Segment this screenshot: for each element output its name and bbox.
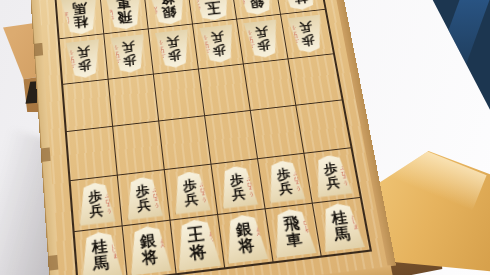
koma-keima-gote: 桂馬けいま (278, 0, 321, 11)
square-r2c3: 歩兵ふひょう (149, 24, 199, 74)
square-r5c5: 歩兵ふひょう (258, 154, 313, 210)
koma-kanji: 将 (141, 249, 158, 267)
square-r5c1: 歩兵ふひょう (71, 176, 123, 233)
square-r4c3 (159, 116, 211, 170)
koma-kanji: 車 (115, 0, 131, 10)
koma-fuhyo-gote: 歩兵ふひょう (243, 19, 281, 59)
koma-furigana: ふひょう (104, 190, 111, 209)
koma-kanji: 兵 (254, 26, 269, 40)
koma-kanji: 将 (202, 0, 219, 1)
koma-keima-sente: 桂馬けいま (79, 230, 123, 275)
koma-kanji: 兵 (136, 197, 151, 213)
koma-kanji: 将 (159, 0, 175, 5)
koma-kanji: 車 (285, 231, 303, 249)
koma-kanji: 兵 (298, 21, 313, 35)
koma-gyokusho-gote: 玉将ぎょく (190, 0, 234, 22)
koma-hisha-sente: 飛車ひしゃ (270, 207, 317, 258)
koma-kanji: 兵 (278, 180, 294, 195)
koma-kanji: 馬 (93, 255, 110, 273)
koma-kanji: 兵 (89, 202, 104, 218)
square-r3c5 (244, 59, 297, 111)
koma-kanji: 玉 (204, 0, 221, 15)
koma-furigana: けいま (111, 240, 118, 255)
koma-furigana: ぎん (255, 222, 262, 232)
square-r6c5: 飛車ひしゃ (266, 204, 322, 262)
navy-object (420, 0, 490, 129)
koma-kanji: 将 (237, 237, 255, 255)
koma-furigana: ひしゃ (302, 217, 310, 232)
koma-fuhyo-sente: 歩兵ふひょう (311, 153, 353, 197)
koma-kanji: 銀 (248, 0, 264, 9)
shogi-board: 桂馬けいま飛車ひしゃ銀将ぎん玉将ぎょく銀将ぎん桂馬けいま歩兵ふひょう歩兵ふひょう… (38, 0, 387, 275)
square-r2c1: 歩兵ふひょう (60, 34, 109, 85)
koma-furigana: ひしゃ (108, 10, 114, 23)
square-r2c2: 歩兵ふひょう (104, 29, 154, 79)
square-r4c4 (205, 111, 258, 165)
koma-ginsho-gote: 銀将ぎん (147, 0, 188, 26)
square-r6c1: 桂馬けいま (75, 226, 128, 275)
square-r3c2 (109, 74, 160, 126)
square-r6c6: 桂馬けいま (313, 198, 370, 255)
square-r5c3: 歩兵ふひょう (165, 165, 218, 221)
square-r5c4: 歩兵ふひょう (212, 159, 266, 215)
square-r3c4 (199, 64, 251, 116)
koma-kanji: 馬 (333, 225, 351, 243)
koma-fuhyo-sente: 歩兵ふひょう (77, 181, 116, 226)
koma-kanji: 兵 (231, 185, 247, 201)
koma-kanji: 兵 (325, 174, 341, 189)
board-surface: 桂馬けいま飛車ひしゃ銀将ぎん玉将ぎょく銀将ぎん桂馬けいま歩兵ふひょう歩兵ふひょう… (38, 0, 387, 275)
koma-furigana: ぎん (159, 234, 165, 244)
box-lid-highlight (383, 139, 486, 210)
square-r2c4: 歩兵ふひょう (193, 19, 244, 69)
koma-furigana: ふひょう (203, 38, 210, 55)
koma-furigana: ふひょう (69, 53, 75, 70)
koma-kanji: 兵 (120, 41, 134, 55)
koma-ginsho-gote: 銀将ぎん (234, 0, 276, 16)
koma-ginsho-sente: 銀将ぎん (222, 213, 268, 264)
square-r3c6 (289, 54, 342, 105)
koma-furigana: けいま (284, 0, 291, 3)
koma-furigana: ふひょう (292, 168, 300, 187)
koma-furigana: ふひょう (339, 162, 347, 181)
square-r4c2 (113, 121, 165, 175)
square-r6c4: 銀将ぎん (218, 209, 273, 267)
koma-fuhyo-gote: 歩兵ふひょう (65, 39, 101, 79)
koma-furigana: ぎん (153, 9, 159, 18)
square-r4c6 (296, 100, 350, 153)
square-r1c1: 桂馬けいま (56, 0, 104, 39)
koma-fuhyo-gote: 歩兵ふひょう (287, 14, 326, 53)
board-grid: 桂馬けいま飛車ひしゃ銀将ぎん玉将ぎょく銀将ぎん桂馬けいま歩兵ふひょう歩兵ふひょう… (54, 0, 372, 275)
koma-fuhyo-sente: 歩兵ふひょう (124, 175, 163, 220)
koma-furigana: ふひょう (198, 179, 205, 198)
square-r6c3: 王将おう (171, 215, 226, 273)
koma-fuhyo-sente: 歩兵ふひょう (264, 159, 305, 203)
koma-ginsho-sente: 銀将ぎん (127, 224, 172, 275)
square-r5c6: 歩兵ふひょう (304, 148, 359, 203)
koma-furigana: けいま (350, 211, 358, 226)
square-r4c5 (251, 106, 305, 160)
koma-kanji: 兵 (76, 46, 90, 60)
koma-furigana: ふひょう (114, 48, 121, 65)
koma-furigana: けいま (64, 15, 70, 28)
koma-fuhyo-sente: 歩兵ふひょう (171, 170, 211, 215)
koma-kanji: 将 (189, 243, 208, 262)
koma-kanji: 兵 (165, 36, 180, 50)
square-r3c1 (63, 80, 113, 132)
koma-osho-sente: 王将おう (173, 217, 221, 270)
koma-fuhyo-sente: 歩兵ふひょう (218, 164, 258, 208)
square-r2c6: 歩兵ふひょう (281, 10, 333, 60)
shogi-photo-scene: 桂馬けいま飛車ひしゃ銀将ぎん玉将ぎょく銀将ぎん桂馬けいま歩兵ふひょう歩兵ふひょう… (0, 0, 490, 275)
koma-kanji: 兵 (209, 31, 224, 45)
koma-hisha-gote: 飛車ひしゃ (104, 0, 144, 31)
square-r3c3 (154, 69, 205, 121)
koma-furigana: おう (208, 227, 214, 237)
koma-furigana: ふひょう (245, 173, 253, 192)
koma-furigana: ふひょう (151, 184, 158, 203)
koma-keima-gote: 桂馬けいま (60, 0, 100, 36)
koma-fuhyo-gote: 歩兵ふひょう (154, 29, 191, 69)
square-r6c2: 銀将ぎん (123, 221, 177, 275)
square-r5c2: 歩兵ふひょう (118, 170, 171, 226)
square-r4c1 (67, 127, 118, 181)
koma-fuhyo-gote: 歩兵ふひょう (110, 34, 147, 74)
koma-kanji: 兵 (184, 191, 200, 207)
koma-kanji: 馬 (71, 0, 87, 15)
koma-fuhyo-gote: 歩兵ふひょう (199, 24, 237, 64)
koma-furigana: ふひょう (159, 43, 166, 60)
koma-furigana: ぎん (240, 0, 246, 8)
koma-kanji: 桂 (292, 0, 309, 4)
square-r2c5: 歩兵ふひょう (237, 15, 288, 65)
navy-object-highlight (426, 0, 490, 91)
koma-furigana: ぎょく (195, 1, 201, 14)
koma-furigana: ふひょう (248, 33, 255, 50)
koma-keima-sente: 桂馬けいま (317, 201, 364, 251)
